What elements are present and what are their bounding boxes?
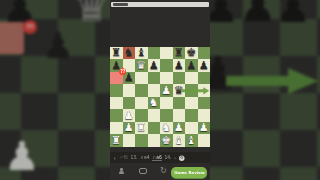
black-pawn[interactable]: ♟ (148, 59, 161, 72)
white-pawn[interactable]: ♟ (123, 122, 136, 135)
square-c5[interactable] (135, 84, 148, 97)
video-title-text (113, 3, 128, 5)
white-rook[interactable]: ♜ (135, 122, 148, 135)
square-f1[interactable]: ♝ (173, 134, 186, 147)
square-e3[interactable] (160, 109, 173, 122)
players-icon[interactable] (118, 168, 125, 175)
square-f4[interactable] (173, 97, 186, 110)
black-pawn[interactable]: ♟ (173, 59, 186, 72)
white-bishop[interactable]: ♝ (185, 134, 198, 147)
square-e6[interactable] (160, 72, 173, 85)
white-pawn[interactable]: ♟ (123, 109, 136, 122)
square-d4[interactable]: ♞ (148, 97, 161, 110)
square-g6[interactable] (185, 72, 198, 85)
square-g2[interactable] (185, 122, 198, 135)
move-tokens: ♕f613.♗e4♘a614. (119, 155, 171, 161)
square-d1[interactable] (148, 134, 161, 147)
square-b4[interactable] (123, 97, 136, 110)
square-c2[interactable]: ♜ (135, 122, 148, 135)
chat-icon[interactable] (139, 168, 147, 174)
square-c8[interactable]: ♝ (135, 47, 148, 60)
white-bishop[interactable]: ♝ (173, 134, 186, 147)
square-a8[interactable]: ♜ (110, 47, 123, 60)
square-e7[interactable] (160, 59, 173, 72)
square-h4[interactable] (198, 97, 211, 110)
black-king[interactable]: ♚ (185, 47, 198, 60)
square-b1[interactable] (123, 134, 136, 147)
square-e8[interactable] (160, 47, 173, 60)
square-a4[interactable] (110, 97, 123, 110)
square-a1[interactable]: ♜ (110, 134, 123, 147)
black-rook[interactable]: ♜ (173, 47, 186, 60)
white-knight[interactable]: ♞ (160, 122, 173, 135)
square-d3[interactable] (148, 109, 161, 122)
square-h3[interactable] (198, 109, 211, 122)
move-token[interactable]: ♗e4 (140, 155, 150, 161)
square-c4[interactable] (135, 97, 148, 110)
square-c7[interactable]: ♛ (135, 59, 148, 72)
square-d8[interactable] (148, 47, 161, 60)
settings-icon[interactable]: ⚙ (179, 155, 185, 161)
move-token[interactable]: ♕f6 (119, 155, 127, 161)
square-f3[interactable] (173, 109, 186, 122)
square-g3[interactable] (185, 109, 198, 122)
bottom-action-bar: ↻ Game Review (110, 164, 210, 180)
square-c3[interactable] (135, 109, 148, 122)
square-h6[interactable] (198, 72, 211, 85)
square-f8[interactable]: ♜ (173, 47, 186, 60)
current-move[interactable]: ♘a6 (152, 155, 162, 161)
black-pawn[interactable]: ♟ (198, 59, 211, 72)
square-d2[interactable] (148, 122, 161, 135)
square-g1[interactable]: ♝ (185, 134, 198, 147)
square-h5[interactable] (198, 84, 211, 97)
square-f5[interactable]: ♛ (173, 84, 186, 97)
white-knight[interactable]: ♞ (148, 97, 161, 110)
square-e1[interactable]: ♚ (160, 134, 173, 147)
square-d5[interactable] (148, 84, 161, 97)
square-h1[interactable] (198, 134, 211, 147)
retry-icon[interactable]: ↻ (160, 167, 167, 175)
game-review-button[interactable]: Game Review (171, 167, 207, 178)
square-f2[interactable]: ♟ (173, 122, 186, 135)
square-g4[interactable] (185, 97, 198, 110)
square-f6[interactable] (173, 72, 186, 85)
square-a2[interactable] (110, 122, 123, 135)
square-d6[interactable] (148, 72, 161, 85)
back-chevron-icon[interactable]: ‹ (114, 155, 116, 161)
square-b3[interactable]: ♟ (123, 109, 136, 122)
square-b2[interactable]: ♟ (123, 122, 136, 135)
white-pawn[interactable]: ♟ (160, 84, 173, 97)
video-frame: ♟♛♟♟♟♟♟♟ ?? ♜♞♝♜♚♟♛♟♟♟♟♟♟♛♞♟♟♜♞♟♟♜♚♝♝?? … (0, 0, 320, 180)
square-e5[interactable]: ♟ (160, 84, 173, 97)
move-token[interactable]: 14. (164, 155, 171, 161)
square-c1[interactable] (135, 134, 148, 147)
chess-board[interactable]: ♜♞♝♜♚♟♛♟♟♟♟♟♟♛♞♟♟♜♞♟♟♜♚♝♝?? (110, 47, 210, 147)
white-pawn[interactable]: ♟ (198, 122, 211, 135)
white-king[interactable]: ♚ (160, 134, 173, 147)
square-g8[interactable]: ♚ (185, 47, 198, 60)
white-queen[interactable]: ♛ (135, 59, 148, 72)
square-a3[interactable] (110, 109, 123, 122)
app-column: ♜♞♝♜♚♟♛♟♟♟♟♟♟♛♞♟♟♜♞♟♟♜♚♝♝?? ‹ ♕f613.♗e4♘… (110, 0, 210, 180)
square-g7[interactable]: ♟ (185, 59, 198, 72)
square-c6[interactable] (135, 72, 148, 85)
square-g5[interactable] (185, 84, 198, 97)
square-b8[interactable]: ♞ (123, 47, 136, 60)
video-title-bar (111, 2, 209, 7)
black-pawn[interactable]: ♟ (185, 59, 198, 72)
black-queen[interactable]: ♛ (173, 84, 186, 97)
black-rook[interactable]: ♜ (110, 47, 123, 60)
move-token[interactable]: 13. (130, 155, 137, 161)
square-h7[interactable]: ♟ (198, 59, 211, 72)
move-list-dot (174, 156, 177, 159)
square-d7[interactable]: ♟ (148, 59, 161, 72)
black-knight[interactable]: ♞ (123, 47, 136, 60)
square-e2[interactable]: ♞ (160, 122, 173, 135)
square-a5[interactable] (110, 84, 123, 97)
square-b5[interactable] (123, 84, 136, 97)
square-f7[interactable]: ♟ (173, 59, 186, 72)
black-bishop[interactable]: ♝ (135, 47, 148, 60)
white-pawn[interactable]: ♟ (173, 122, 186, 135)
square-h2[interactable]: ♟ (198, 122, 211, 135)
square-e4[interactable] (160, 97, 173, 110)
square-h8[interactable] (198, 47, 211, 60)
white-rook[interactable]: ♜ (110, 134, 123, 147)
move-list-bar: ‹ ♕f613.♗e4♘a614. ⚙ (110, 152, 210, 163)
